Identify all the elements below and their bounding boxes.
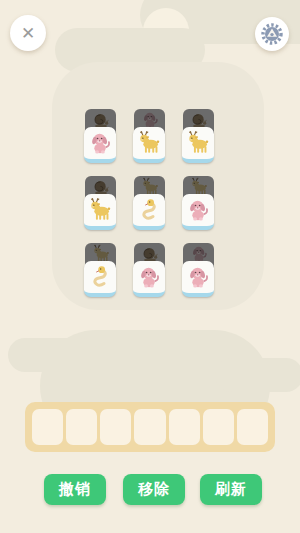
gear-seal-icon [260,22,284,46]
dog-icon [136,264,162,290]
deer-icon [87,197,113,223]
tile-board [84,109,215,297]
tile-snake[interactable] [133,194,165,230]
tile-dog[interactable] [182,261,214,297]
undo-button[interactable]: 撤销 [44,474,106,505]
refresh-button[interactable]: 刷新 [200,474,262,505]
snake-icon [136,197,162,223]
tray-slot-4 [134,409,165,445]
tile-stack-r2c1 [84,176,117,230]
remove-button[interactable]: 移除 [123,474,185,505]
tile-stack-r3c3 [182,243,215,297]
background-blob [8,338,98,372]
dog-icon [185,264,211,290]
tile-stack-r2c2 [133,176,166,230]
tile-stack-r3c1 [84,243,117,297]
background-blob [143,8,189,54]
dog-icon [185,197,211,223]
tile-dog[interactable] [182,194,214,230]
deer-icon [185,130,211,156]
tray-slot-2 [66,409,97,445]
close-button[interactable]: ✕ [10,15,46,51]
tile-snake[interactable] [84,261,116,297]
tray-slot-1 [32,409,63,445]
game-screen: ✕ 撤销 移除 刷新 [0,0,300,533]
tile-stack-r1c2 [133,109,166,163]
dog-icon [87,130,113,156]
tile-stack-r2c3 [182,176,215,230]
tray-slot-7 [237,409,268,445]
tile-stack-r1c3 [182,109,215,163]
background-blob [55,28,205,72]
tile-dog[interactable] [84,127,116,163]
badge-button[interactable] [255,17,289,51]
tile-tray [25,402,275,452]
tile-deer[interactable] [182,127,214,163]
background-blob [215,358,300,392]
tile-stack-r1c1 [84,109,117,163]
tray-slot-3 [100,409,131,445]
tile-deer[interactable] [133,127,165,163]
tray-slot-6 [203,409,234,445]
tile-stack-r3c2 [133,243,166,297]
close-icon: ✕ [21,23,35,44]
tile-deer[interactable] [84,194,116,230]
snake-icon [87,264,113,290]
deer-icon [136,130,162,156]
tile-dog[interactable] [133,261,165,297]
tray-slot-5 [169,409,200,445]
